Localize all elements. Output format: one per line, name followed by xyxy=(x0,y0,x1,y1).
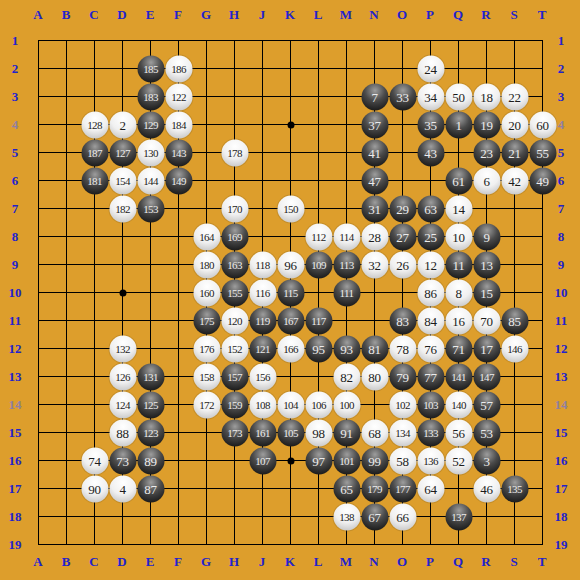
column-label: L xyxy=(314,8,323,21)
column-label: M xyxy=(340,8,352,21)
stone: 97 xyxy=(305,447,332,474)
stone-number: 157 xyxy=(227,371,242,382)
stone-number: 43 xyxy=(424,146,436,159)
stone-number: 98 xyxy=(312,426,324,439)
column-label: R xyxy=(481,555,490,568)
row-label: 8 xyxy=(558,230,565,243)
stone-number: 67 xyxy=(368,510,380,523)
row-label: 19 xyxy=(555,538,568,551)
stone: 64 xyxy=(417,475,444,502)
stone-number: 106 xyxy=(311,399,326,410)
column-label: C xyxy=(89,8,98,21)
row-label: 4 xyxy=(558,118,565,131)
stone-number: 64 xyxy=(424,482,436,495)
column-label: K xyxy=(285,8,295,21)
column-label: P xyxy=(426,555,434,568)
stone: 14 xyxy=(445,195,472,222)
row-label: 15 xyxy=(9,426,22,439)
stone-number: 104 xyxy=(283,399,298,410)
stone: 172 xyxy=(193,391,220,418)
stone-number: 177 xyxy=(395,483,410,494)
stone: 95 xyxy=(305,335,332,362)
stone-number: 47 xyxy=(368,174,380,187)
row-label: 15 xyxy=(555,426,568,439)
stone: 170 xyxy=(221,195,248,222)
stone-number: 118 xyxy=(255,259,269,270)
stone: 180 xyxy=(193,251,220,278)
stone: 10 xyxy=(445,223,472,250)
stone: 123 xyxy=(137,419,164,446)
stone: 61 xyxy=(445,167,472,194)
stone-number: 76 xyxy=(424,342,436,355)
stone-number: 170 xyxy=(227,203,242,214)
stone-number: 77 xyxy=(424,370,436,383)
row-label: 17 xyxy=(9,482,22,495)
stone: 113 xyxy=(333,251,360,278)
column-label: T xyxy=(538,555,547,568)
stone-number: 134 xyxy=(395,427,410,438)
stone: 137 xyxy=(445,503,472,530)
stone: 88 xyxy=(109,419,136,446)
stone-number: 100 xyxy=(339,399,354,410)
stone-number: 156 xyxy=(255,371,270,382)
stone-number: 173 xyxy=(227,427,242,438)
stone-number: 74 xyxy=(88,454,100,467)
row-label: 6 xyxy=(12,174,19,187)
column-label: S xyxy=(510,8,517,21)
column-label: E xyxy=(146,555,155,568)
column-label: Q xyxy=(453,8,463,21)
stone-number: 160 xyxy=(199,287,214,298)
stone-number: 159 xyxy=(227,399,242,410)
stone-number: 133 xyxy=(423,427,438,438)
stone: 46 xyxy=(473,475,500,502)
stone: 147 xyxy=(473,363,500,390)
stone: 177 xyxy=(389,475,416,502)
stone-number: 187 xyxy=(87,147,102,158)
row-label: 3 xyxy=(558,90,565,103)
column-label: K xyxy=(285,555,295,568)
stone-number: 10 xyxy=(452,230,464,243)
stone: 37 xyxy=(361,111,388,138)
stone: 12 xyxy=(417,251,444,278)
stone-number: 154 xyxy=(115,175,130,186)
stone: 7 xyxy=(361,83,388,110)
stone-number: 183 xyxy=(143,91,158,102)
stone: 186 xyxy=(165,55,192,82)
stone-number: 12 xyxy=(424,258,436,271)
stone-number: 140 xyxy=(451,399,466,410)
stone: 119 xyxy=(249,307,276,334)
stone: 9 xyxy=(473,223,500,250)
stone-number: 55 xyxy=(536,146,548,159)
column-label: G xyxy=(201,8,211,21)
stone-number: 178 xyxy=(227,147,242,158)
stone-number: 137 xyxy=(451,511,466,522)
stone-number: 7 xyxy=(371,90,377,103)
stone: 73 xyxy=(109,447,136,474)
stone-number: 29 xyxy=(396,202,408,215)
stone-number: 28 xyxy=(368,230,380,243)
stone: 101 xyxy=(333,447,360,474)
row-label: 11 xyxy=(9,314,21,327)
stone: 70 xyxy=(473,307,500,334)
stone-number: 93 xyxy=(340,342,352,355)
stone-number: 149 xyxy=(171,175,186,186)
stone-number: 90 xyxy=(88,482,100,495)
stone-number: 41 xyxy=(368,146,380,159)
stone: 65 xyxy=(333,475,360,502)
row-label: 10 xyxy=(555,286,568,299)
row-label: 18 xyxy=(555,510,568,523)
stone: 178 xyxy=(221,139,248,166)
stone-number: 146 xyxy=(507,343,522,354)
stone: 71 xyxy=(445,335,472,362)
column-label: C xyxy=(89,555,98,568)
stone: 134 xyxy=(389,419,416,446)
stone: 150 xyxy=(277,195,304,222)
stone: 56 xyxy=(445,419,472,446)
stone-number: 125 xyxy=(143,399,158,410)
column-label: D xyxy=(117,555,126,568)
stone-number: 105 xyxy=(283,427,298,438)
row-label: 16 xyxy=(555,454,568,467)
stone: 122 xyxy=(165,83,192,110)
stone: 100 xyxy=(333,391,360,418)
stone: 6 xyxy=(473,167,500,194)
stone-number: 116 xyxy=(255,287,269,298)
stone: 98 xyxy=(305,419,332,446)
stone: 154 xyxy=(109,167,136,194)
stone-number: 117 xyxy=(311,315,325,326)
column-label: T xyxy=(538,8,547,21)
stone: 16 xyxy=(445,307,472,334)
stone: 23 xyxy=(473,139,500,166)
stone: 124 xyxy=(109,391,136,418)
stone-number: 147 xyxy=(479,371,494,382)
stone: 125 xyxy=(137,391,164,418)
row-label: 4 xyxy=(12,118,19,131)
stone: 11 xyxy=(445,251,472,278)
stone-number: 2 xyxy=(119,118,125,131)
stone: 132 xyxy=(109,335,136,362)
stone: 4 xyxy=(109,475,136,502)
column-label: A xyxy=(33,8,42,21)
stone: 157 xyxy=(221,363,248,390)
stone-number: 150 xyxy=(283,203,298,214)
stone-number: 11 xyxy=(453,258,465,271)
stone: 138 xyxy=(333,503,360,530)
stone-number: 126 xyxy=(115,371,130,382)
stone-number: 144 xyxy=(143,175,158,186)
stone-number: 26 xyxy=(396,258,408,271)
row-label: 10 xyxy=(9,286,22,299)
stone: 131 xyxy=(137,363,164,390)
stone: 60 xyxy=(529,111,556,138)
stone-number: 60 xyxy=(536,118,548,131)
stone-number: 155 xyxy=(227,287,242,298)
column-label: H xyxy=(229,8,239,21)
stone: 153 xyxy=(137,195,164,222)
stone-number: 127 xyxy=(115,147,130,158)
stone-number: 166 xyxy=(283,343,298,354)
stone: 161 xyxy=(249,419,276,446)
stone: 31 xyxy=(361,195,388,222)
stone: 164 xyxy=(193,223,220,250)
stone-number: 103 xyxy=(423,399,438,410)
stone: 152 xyxy=(221,335,248,362)
stone: 106 xyxy=(305,391,332,418)
stone: 163 xyxy=(221,251,248,278)
row-label: 17 xyxy=(555,482,568,495)
stone-number: 87 xyxy=(144,482,156,495)
stone-number: 13 xyxy=(480,258,492,271)
stone: 158 xyxy=(193,363,220,390)
stone: 107 xyxy=(249,447,276,474)
stone-number: 50 xyxy=(452,90,464,103)
row-label: 5 xyxy=(12,146,19,159)
stone: 81 xyxy=(361,335,388,362)
column-label: O xyxy=(397,555,407,568)
stone: 28 xyxy=(361,223,388,250)
column-label: B xyxy=(62,555,71,568)
stone-number: 102 xyxy=(395,399,410,410)
stone: 117 xyxy=(305,307,332,334)
stone-number: 120 xyxy=(227,315,242,326)
row-label: 1 xyxy=(12,34,19,47)
stone-number: 135 xyxy=(507,483,522,494)
stone: 179 xyxy=(361,475,388,502)
stone: 18 xyxy=(473,83,500,110)
stone: 26 xyxy=(389,251,416,278)
stone-number: 167 xyxy=(283,315,298,326)
stone: 111 xyxy=(333,279,360,306)
stone: 74 xyxy=(81,447,108,474)
stone: 77 xyxy=(417,363,444,390)
column-label: N xyxy=(369,8,378,21)
stone-number: 99 xyxy=(368,454,380,467)
stone-number: 16 xyxy=(452,314,464,327)
grid-line-horizontal xyxy=(38,544,543,545)
stone: 67 xyxy=(361,503,388,530)
column-label: F xyxy=(174,555,182,568)
stone: 1 xyxy=(445,111,472,138)
stone-number: 129 xyxy=(143,119,158,130)
stone: 166 xyxy=(277,335,304,362)
stone-number: 184 xyxy=(171,119,186,130)
stone: 21 xyxy=(501,139,528,166)
stone-number: 20 xyxy=(508,118,520,131)
stone: 53 xyxy=(473,419,500,446)
stone: 121 xyxy=(249,335,276,362)
row-label: 3 xyxy=(12,90,19,103)
stone: 141 xyxy=(445,363,472,390)
stone-number: 79 xyxy=(396,370,408,383)
stone-number: 82 xyxy=(340,370,352,383)
column-label: G xyxy=(201,555,211,568)
column-label: Q xyxy=(453,555,463,568)
stone-number: 32 xyxy=(368,258,380,271)
stone: 159 xyxy=(221,391,248,418)
stone-number: 17 xyxy=(480,342,492,355)
column-label: A xyxy=(33,555,42,568)
column-label: E xyxy=(146,8,155,21)
stone: 99 xyxy=(361,447,388,474)
stone: 19 xyxy=(473,111,500,138)
stone-number: 186 xyxy=(171,63,186,74)
stone-number: 132 xyxy=(115,343,130,354)
row-label: 9 xyxy=(12,258,19,271)
row-label: 16 xyxy=(9,454,22,467)
stone-number: 181 xyxy=(87,175,102,186)
stone-number: 161 xyxy=(255,427,270,438)
stone-number: 121 xyxy=(255,343,270,354)
row-label: 2 xyxy=(12,62,19,75)
stone-number: 15 xyxy=(480,286,492,299)
stone-number: 61 xyxy=(452,174,464,187)
stone-number: 53 xyxy=(480,426,492,439)
stone: 96 xyxy=(277,251,304,278)
column-label: O xyxy=(397,8,407,21)
stone: 105 xyxy=(277,419,304,446)
stone: 93 xyxy=(333,335,360,362)
stone-number: 180 xyxy=(199,259,214,270)
column-label: F xyxy=(174,8,182,21)
stone: 89 xyxy=(137,447,164,474)
stone: 82 xyxy=(333,363,360,390)
stone: 144 xyxy=(137,167,164,194)
column-label: N xyxy=(369,555,378,568)
stone: 29 xyxy=(389,195,416,222)
stone: 86 xyxy=(417,279,444,306)
stone: 80 xyxy=(361,363,388,390)
stone: 84 xyxy=(417,307,444,334)
stone: 68 xyxy=(361,419,388,446)
stone: 58 xyxy=(389,447,416,474)
stone-number: 57 xyxy=(480,398,492,411)
stone: 183 xyxy=(137,83,164,110)
row-label: 11 xyxy=(555,314,567,327)
stone: 42 xyxy=(501,167,528,194)
stone: 34 xyxy=(417,83,444,110)
row-label: 7 xyxy=(12,202,19,215)
stone: 47 xyxy=(361,167,388,194)
stone: 133 xyxy=(417,419,444,446)
stone-number: 112 xyxy=(311,231,325,242)
stone: 146 xyxy=(501,335,528,362)
stone-number: 185 xyxy=(143,63,158,74)
stone-number: 86 xyxy=(424,286,436,299)
stone-number: 52 xyxy=(452,454,464,467)
stone: 181 xyxy=(81,167,108,194)
stone-number: 70 xyxy=(480,314,492,327)
stone-number: 138 xyxy=(339,511,354,522)
stone-number: 21 xyxy=(508,146,520,159)
stone: 156 xyxy=(249,363,276,390)
stone-number: 4 xyxy=(119,482,125,495)
go-game-record-screen: ABCDEFGHJKLMNOPQRST ABCDEFGHJKLMNOPQRST … xyxy=(0,0,580,580)
stone-number: 152 xyxy=(227,343,242,354)
stone-number: 114 xyxy=(339,231,353,242)
stone: 185 xyxy=(137,55,164,82)
stone-number: 182 xyxy=(115,203,130,214)
stone-number: 84 xyxy=(424,314,436,327)
stone: 50 xyxy=(445,83,472,110)
column-label: L xyxy=(314,555,323,568)
stone-number: 109 xyxy=(311,259,326,270)
row-label: 13 xyxy=(9,370,22,383)
row-label: 14 xyxy=(555,398,568,411)
stone: 66 xyxy=(389,503,416,530)
column-label: M xyxy=(340,555,352,568)
stone: 85 xyxy=(501,307,528,334)
stone-number: 31 xyxy=(368,202,380,215)
stone-number: 33 xyxy=(396,90,408,103)
stone: 24 xyxy=(417,55,444,82)
stone-number: 179 xyxy=(367,483,382,494)
stone-number: 175 xyxy=(199,315,214,326)
stone: 155 xyxy=(221,279,248,306)
stone-number: 71 xyxy=(452,342,464,355)
stone: 76 xyxy=(417,335,444,362)
stone-number: 163 xyxy=(227,259,242,270)
stone: 33 xyxy=(389,83,416,110)
stone-number: 14 xyxy=(452,202,464,215)
stone-number: 136 xyxy=(423,455,438,466)
stone: 87 xyxy=(137,475,164,502)
row-label: 9 xyxy=(558,258,565,271)
stone-number: 49 xyxy=(536,174,548,187)
stone: 129 xyxy=(137,111,164,138)
stone: 102 xyxy=(389,391,416,418)
stone: 3 xyxy=(473,447,500,474)
stone-number: 83 xyxy=(396,314,408,327)
row-label: 7 xyxy=(558,202,565,215)
stone: 20 xyxy=(501,111,528,138)
stone: 173 xyxy=(221,419,248,446)
stone-number: 68 xyxy=(368,426,380,439)
stone-number: 25 xyxy=(424,230,436,243)
stone-number: 123 xyxy=(143,427,158,438)
stone-number: 141 xyxy=(451,371,466,382)
stone: 8 xyxy=(445,279,472,306)
stone: 63 xyxy=(417,195,444,222)
row-label: 8 xyxy=(12,230,19,243)
stone: 128 xyxy=(81,111,108,138)
stone: 83 xyxy=(389,307,416,334)
stone-number: 143 xyxy=(171,147,186,158)
stone: 32 xyxy=(361,251,388,278)
row-label: 13 xyxy=(555,370,568,383)
stone-number: 24 xyxy=(424,62,436,75)
stone: 79 xyxy=(389,363,416,390)
column-label: R xyxy=(481,8,490,21)
stone-number: 124 xyxy=(115,399,130,410)
stone: 114 xyxy=(333,223,360,250)
stone-number: 122 xyxy=(171,91,186,102)
stone: 43 xyxy=(417,139,444,166)
column-label: S xyxy=(510,555,517,568)
stone-number: 119 xyxy=(255,315,269,326)
stone-number: 18 xyxy=(480,90,492,103)
stone-number: 164 xyxy=(199,231,214,242)
stone-number: 1 xyxy=(455,118,461,131)
stone-number: 80 xyxy=(368,370,380,383)
stone: 15 xyxy=(473,279,500,306)
stone-number: 113 xyxy=(339,259,353,270)
stone-number: 81 xyxy=(368,342,380,355)
stone-number: 46 xyxy=(480,482,492,495)
